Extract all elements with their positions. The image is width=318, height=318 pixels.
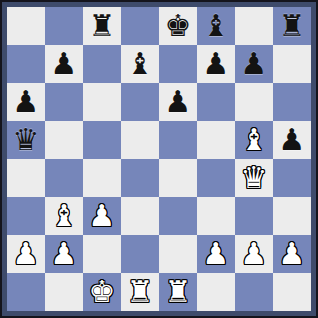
square-b4[interactable] bbox=[45, 159, 83, 197]
square-a6[interactable]: ♟ bbox=[7, 83, 45, 121]
square-e8[interactable]: ♚ bbox=[159, 7, 197, 45]
piece-white-rook: ♜ bbox=[159, 273, 197, 311]
square-d6[interactable] bbox=[121, 83, 159, 121]
square-b2[interactable]: ♟ bbox=[45, 235, 83, 273]
square-d8[interactable] bbox=[121, 7, 159, 45]
square-c6[interactable] bbox=[83, 83, 121, 121]
square-c8[interactable]: ♜ bbox=[83, 7, 121, 45]
square-d5[interactable] bbox=[121, 121, 159, 159]
square-g6[interactable] bbox=[235, 83, 273, 121]
square-e7[interactable] bbox=[159, 45, 197, 83]
square-h6[interactable] bbox=[273, 83, 311, 121]
square-f7[interactable]: ♟ bbox=[197, 45, 235, 83]
square-h4[interactable] bbox=[273, 159, 311, 197]
piece-white-queen: ♛ bbox=[235, 159, 273, 197]
square-e6[interactable]: ♟ bbox=[159, 83, 197, 121]
square-d7[interactable]: ♝ bbox=[121, 45, 159, 83]
piece-white-pawn: ♟ bbox=[83, 197, 121, 235]
square-d1[interactable]: ♜ bbox=[121, 273, 159, 311]
piece-white-pawn: ♟ bbox=[197, 235, 235, 273]
piece-white-pawn: ♟ bbox=[45, 235, 83, 273]
piece-black-pawn: ♟ bbox=[273, 121, 311, 159]
square-g1[interactable] bbox=[235, 273, 273, 311]
square-a7[interactable] bbox=[7, 45, 45, 83]
square-d2[interactable] bbox=[121, 235, 159, 273]
piece-black-bishop: ♝ bbox=[121, 45, 159, 83]
piece-black-bishop: ♝ bbox=[197, 7, 235, 45]
piece-black-rook: ♜ bbox=[273, 7, 311, 45]
square-a1[interactable] bbox=[7, 273, 45, 311]
piece-white-pawn: ♟ bbox=[273, 235, 311, 273]
square-h8[interactable]: ♜ bbox=[273, 7, 311, 45]
square-c3[interactable]: ♟ bbox=[83, 197, 121, 235]
square-g3[interactable] bbox=[235, 197, 273, 235]
square-h7[interactable] bbox=[273, 45, 311, 83]
square-e5[interactable] bbox=[159, 121, 197, 159]
piece-white-bishop: ♝ bbox=[45, 197, 83, 235]
piece-black-pawn: ♟ bbox=[235, 45, 273, 83]
square-b6[interactable] bbox=[45, 83, 83, 121]
square-h5[interactable]: ♟ bbox=[273, 121, 311, 159]
square-e3[interactable] bbox=[159, 197, 197, 235]
square-b7[interactable]: ♟ bbox=[45, 45, 83, 83]
square-c4[interactable] bbox=[83, 159, 121, 197]
square-f2[interactable]: ♟ bbox=[197, 235, 235, 273]
square-b8[interactable] bbox=[45, 7, 83, 45]
square-g5[interactable]: ♝ bbox=[235, 121, 273, 159]
square-a2[interactable]: ♟ bbox=[7, 235, 45, 273]
chess-board: ♜♚♝♜♟♝♟♟♟♟♛♝♟♛♝♟♟♟♟♟♟♚♜♜ bbox=[7, 7, 311, 311]
square-d4[interactable] bbox=[121, 159, 159, 197]
square-g7[interactable]: ♟ bbox=[235, 45, 273, 83]
piece-white-pawn: ♟ bbox=[235, 235, 273, 273]
square-b3[interactable]: ♝ bbox=[45, 197, 83, 235]
piece-black-pawn: ♟ bbox=[45, 45, 83, 83]
piece-white-rook: ♜ bbox=[121, 273, 159, 311]
square-h2[interactable]: ♟ bbox=[273, 235, 311, 273]
square-d3[interactable] bbox=[121, 197, 159, 235]
square-c1[interactable]: ♚ bbox=[83, 273, 121, 311]
piece-white-king: ♚ bbox=[83, 273, 121, 311]
square-a8[interactable] bbox=[7, 7, 45, 45]
square-f5[interactable] bbox=[197, 121, 235, 159]
square-a4[interactable] bbox=[7, 159, 45, 197]
square-b5[interactable] bbox=[45, 121, 83, 159]
square-e2[interactable] bbox=[159, 235, 197, 273]
square-f6[interactable] bbox=[197, 83, 235, 121]
square-c7[interactable] bbox=[83, 45, 121, 83]
square-g4[interactable]: ♛ bbox=[235, 159, 273, 197]
square-e1[interactable]: ♜ bbox=[159, 273, 197, 311]
square-f3[interactable] bbox=[197, 197, 235, 235]
square-e4[interactable] bbox=[159, 159, 197, 197]
square-c5[interactable] bbox=[83, 121, 121, 159]
piece-white-pawn: ♟ bbox=[7, 235, 45, 273]
piece-white-bishop: ♝ bbox=[235, 121, 273, 159]
square-f1[interactable] bbox=[197, 273, 235, 311]
square-c2[interactable] bbox=[83, 235, 121, 273]
square-f4[interactable] bbox=[197, 159, 235, 197]
square-a5[interactable]: ♛ bbox=[7, 121, 45, 159]
square-f8[interactable]: ♝ bbox=[197, 7, 235, 45]
square-a3[interactable] bbox=[7, 197, 45, 235]
piece-black-pawn: ♟ bbox=[159, 83, 197, 121]
square-h1[interactable] bbox=[273, 273, 311, 311]
board-frame: ♜♚♝♜♟♝♟♟♟♟♛♝♟♛♝♟♟♟♟♟♟♚♜♜ bbox=[0, 0, 318, 318]
square-h3[interactable] bbox=[273, 197, 311, 235]
piece-black-pawn: ♟ bbox=[197, 45, 235, 83]
piece-black-queen: ♛ bbox=[7, 121, 45, 159]
piece-black-king: ♚ bbox=[159, 7, 197, 45]
piece-black-rook: ♜ bbox=[83, 7, 121, 45]
square-g8[interactable] bbox=[235, 7, 273, 45]
square-b1[interactable] bbox=[45, 273, 83, 311]
piece-black-pawn: ♟ bbox=[7, 83, 45, 121]
square-g2[interactable]: ♟ bbox=[235, 235, 273, 273]
